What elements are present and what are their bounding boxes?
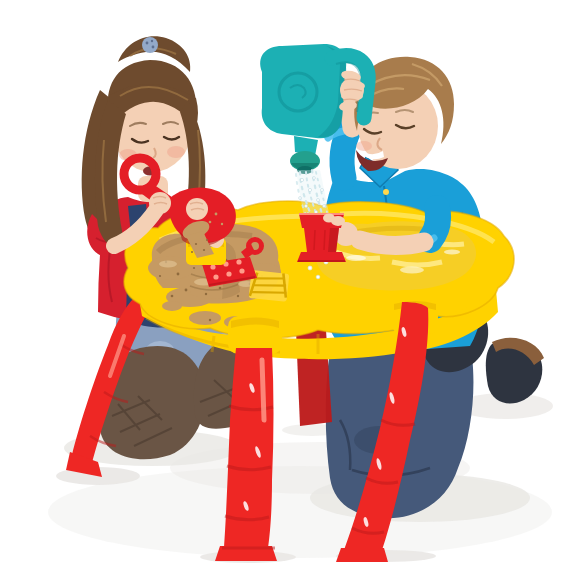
leg-right-foot xyxy=(336,548,388,562)
photo-canvas xyxy=(0,0,563,563)
hair-bow xyxy=(142,37,158,53)
scene-illustration xyxy=(0,0,563,563)
boy-lower-forearm xyxy=(360,240,424,246)
polo-button xyxy=(383,189,389,195)
